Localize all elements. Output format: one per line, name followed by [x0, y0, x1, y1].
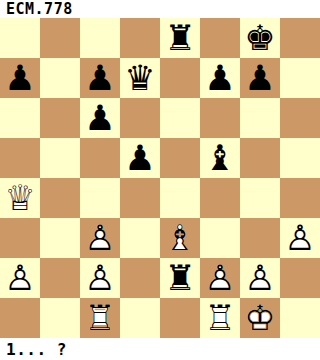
square-g7[interactable]: ♟	[240, 58, 280, 98]
square-f2[interactable]: ♟♙	[200, 258, 240, 298]
white-rook: ♖	[80, 298, 120, 338]
square-h1[interactable]	[280, 298, 320, 338]
square-b3[interactable]	[40, 218, 80, 258]
square-d2[interactable]	[120, 258, 160, 298]
square-f6[interactable]	[200, 98, 240, 138]
square-d7[interactable]: ♛	[120, 58, 160, 98]
black-queen: ♛	[120, 58, 160, 98]
square-f7[interactable]: ♟	[200, 58, 240, 98]
square-f8[interactable]	[200, 18, 240, 58]
square-c3[interactable]: ♟♙	[80, 218, 120, 258]
white-king-fill: ♚	[240, 298, 280, 338]
white-king: ♔	[240, 298, 280, 338]
black-pawn: ♟	[120, 138, 160, 178]
black-pawn: ♟	[200, 58, 240, 98]
black-rook: ♜	[160, 258, 200, 298]
white-pawn: ♙	[200, 258, 240, 298]
square-a5[interactable]	[0, 138, 40, 178]
square-c6[interactable]: ♟	[80, 98, 120, 138]
square-h2[interactable]	[280, 258, 320, 298]
square-e3[interactable]: ♝♗	[160, 218, 200, 258]
square-b8[interactable]	[40, 18, 80, 58]
square-b4[interactable]	[40, 178, 80, 218]
white-pawn: ♙	[280, 218, 320, 258]
white-queen-fill: ♛	[0, 178, 40, 218]
square-c2[interactable]: ♟♙	[80, 258, 120, 298]
white-queen: ♕	[0, 178, 40, 218]
square-e2[interactable]: ♜	[160, 258, 200, 298]
square-a7[interactable]: ♟	[0, 58, 40, 98]
square-b2[interactable]	[40, 258, 80, 298]
square-h4[interactable]	[280, 178, 320, 218]
black-bishop: ♝	[200, 138, 240, 178]
square-c7[interactable]: ♟	[80, 58, 120, 98]
square-d4[interactable]	[120, 178, 160, 218]
square-h8[interactable]	[280, 18, 320, 58]
square-c1[interactable]: ♜♖	[80, 298, 120, 338]
square-a3[interactable]	[0, 218, 40, 258]
square-a6[interactable]	[0, 98, 40, 138]
white-pawn-fill: ♟	[80, 258, 120, 298]
square-h5[interactable]	[280, 138, 320, 178]
square-g2[interactable]: ♟♙	[240, 258, 280, 298]
page-title: ECM.778	[0, 0, 320, 18]
square-f1[interactable]: ♜♖	[200, 298, 240, 338]
white-rook-fill: ♜	[200, 298, 240, 338]
black-pawn: ♟	[80, 58, 120, 98]
square-a4[interactable]: ♛♕	[0, 178, 40, 218]
square-b6[interactable]	[40, 98, 80, 138]
square-g6[interactable]	[240, 98, 280, 138]
chess-app-window: ECM.778 ♜♚♟♟♛♟♟♟♟♝♛♕♟♙♝♗♟♙♟♙♟♙♜♟♙♟♙♜♖♜♖♚…	[0, 0, 320, 360]
square-d3[interactable]	[120, 218, 160, 258]
square-d1[interactable]	[120, 298, 160, 338]
square-h3[interactable]: ♟♙	[280, 218, 320, 258]
black-pawn: ♟	[240, 58, 280, 98]
black-pawn: ♟	[0, 58, 40, 98]
square-g8[interactable]: ♚	[240, 18, 280, 58]
white-pawn: ♙	[80, 258, 120, 298]
square-a2[interactable]: ♟♙	[0, 258, 40, 298]
square-h7[interactable]	[280, 58, 320, 98]
white-pawn-fill: ♟	[240, 258, 280, 298]
square-a8[interactable]	[0, 18, 40, 58]
square-b5[interactable]	[40, 138, 80, 178]
square-e6[interactable]	[160, 98, 200, 138]
white-bishop-fill: ♝	[160, 218, 200, 258]
square-h6[interactable]	[280, 98, 320, 138]
white-pawn: ♙	[80, 218, 120, 258]
chess-board: ♜♚♟♟♛♟♟♟♟♝♛♕♟♙♝♗♟♙♟♙♟♙♜♟♙♟♙♜♖♜♖♚♔	[0, 18, 320, 338]
square-c5[interactable]	[80, 138, 120, 178]
square-e8[interactable]: ♜	[160, 18, 200, 58]
square-c8[interactable]	[80, 18, 120, 58]
square-g5[interactable]	[240, 138, 280, 178]
square-d6[interactable]	[120, 98, 160, 138]
square-f4[interactable]	[200, 178, 240, 218]
square-g4[interactable]	[240, 178, 280, 218]
square-e1[interactable]	[160, 298, 200, 338]
square-b7[interactable]	[40, 58, 80, 98]
square-g1[interactable]: ♚♔	[240, 298, 280, 338]
white-rook: ♖	[200, 298, 240, 338]
white-pawn: ♙	[240, 258, 280, 298]
square-g3[interactable]	[240, 218, 280, 258]
square-e4[interactable]	[160, 178, 200, 218]
white-pawn-fill: ♟	[80, 218, 120, 258]
black-king: ♚	[240, 18, 280, 58]
white-pawn: ♙	[0, 258, 40, 298]
white-pawn-fill: ♟	[200, 258, 240, 298]
square-d5[interactable]: ♟	[120, 138, 160, 178]
white-rook-fill: ♜	[80, 298, 120, 338]
square-f5[interactable]: ♝	[200, 138, 240, 178]
square-c4[interactable]	[80, 178, 120, 218]
square-e5[interactable]	[160, 138, 200, 178]
square-b1[interactable]	[40, 298, 80, 338]
white-pawn-fill: ♟	[280, 218, 320, 258]
square-a1[interactable]	[0, 298, 40, 338]
move-prompt: 1... ?	[0, 338, 320, 360]
square-f3[interactable]	[200, 218, 240, 258]
square-e7[interactable]	[160, 58, 200, 98]
square-d8[interactable]	[120, 18, 160, 58]
white-bishop: ♗	[160, 218, 200, 258]
black-rook: ♜	[160, 18, 200, 58]
white-pawn-fill: ♟	[0, 258, 40, 298]
black-pawn: ♟	[80, 98, 120, 138]
